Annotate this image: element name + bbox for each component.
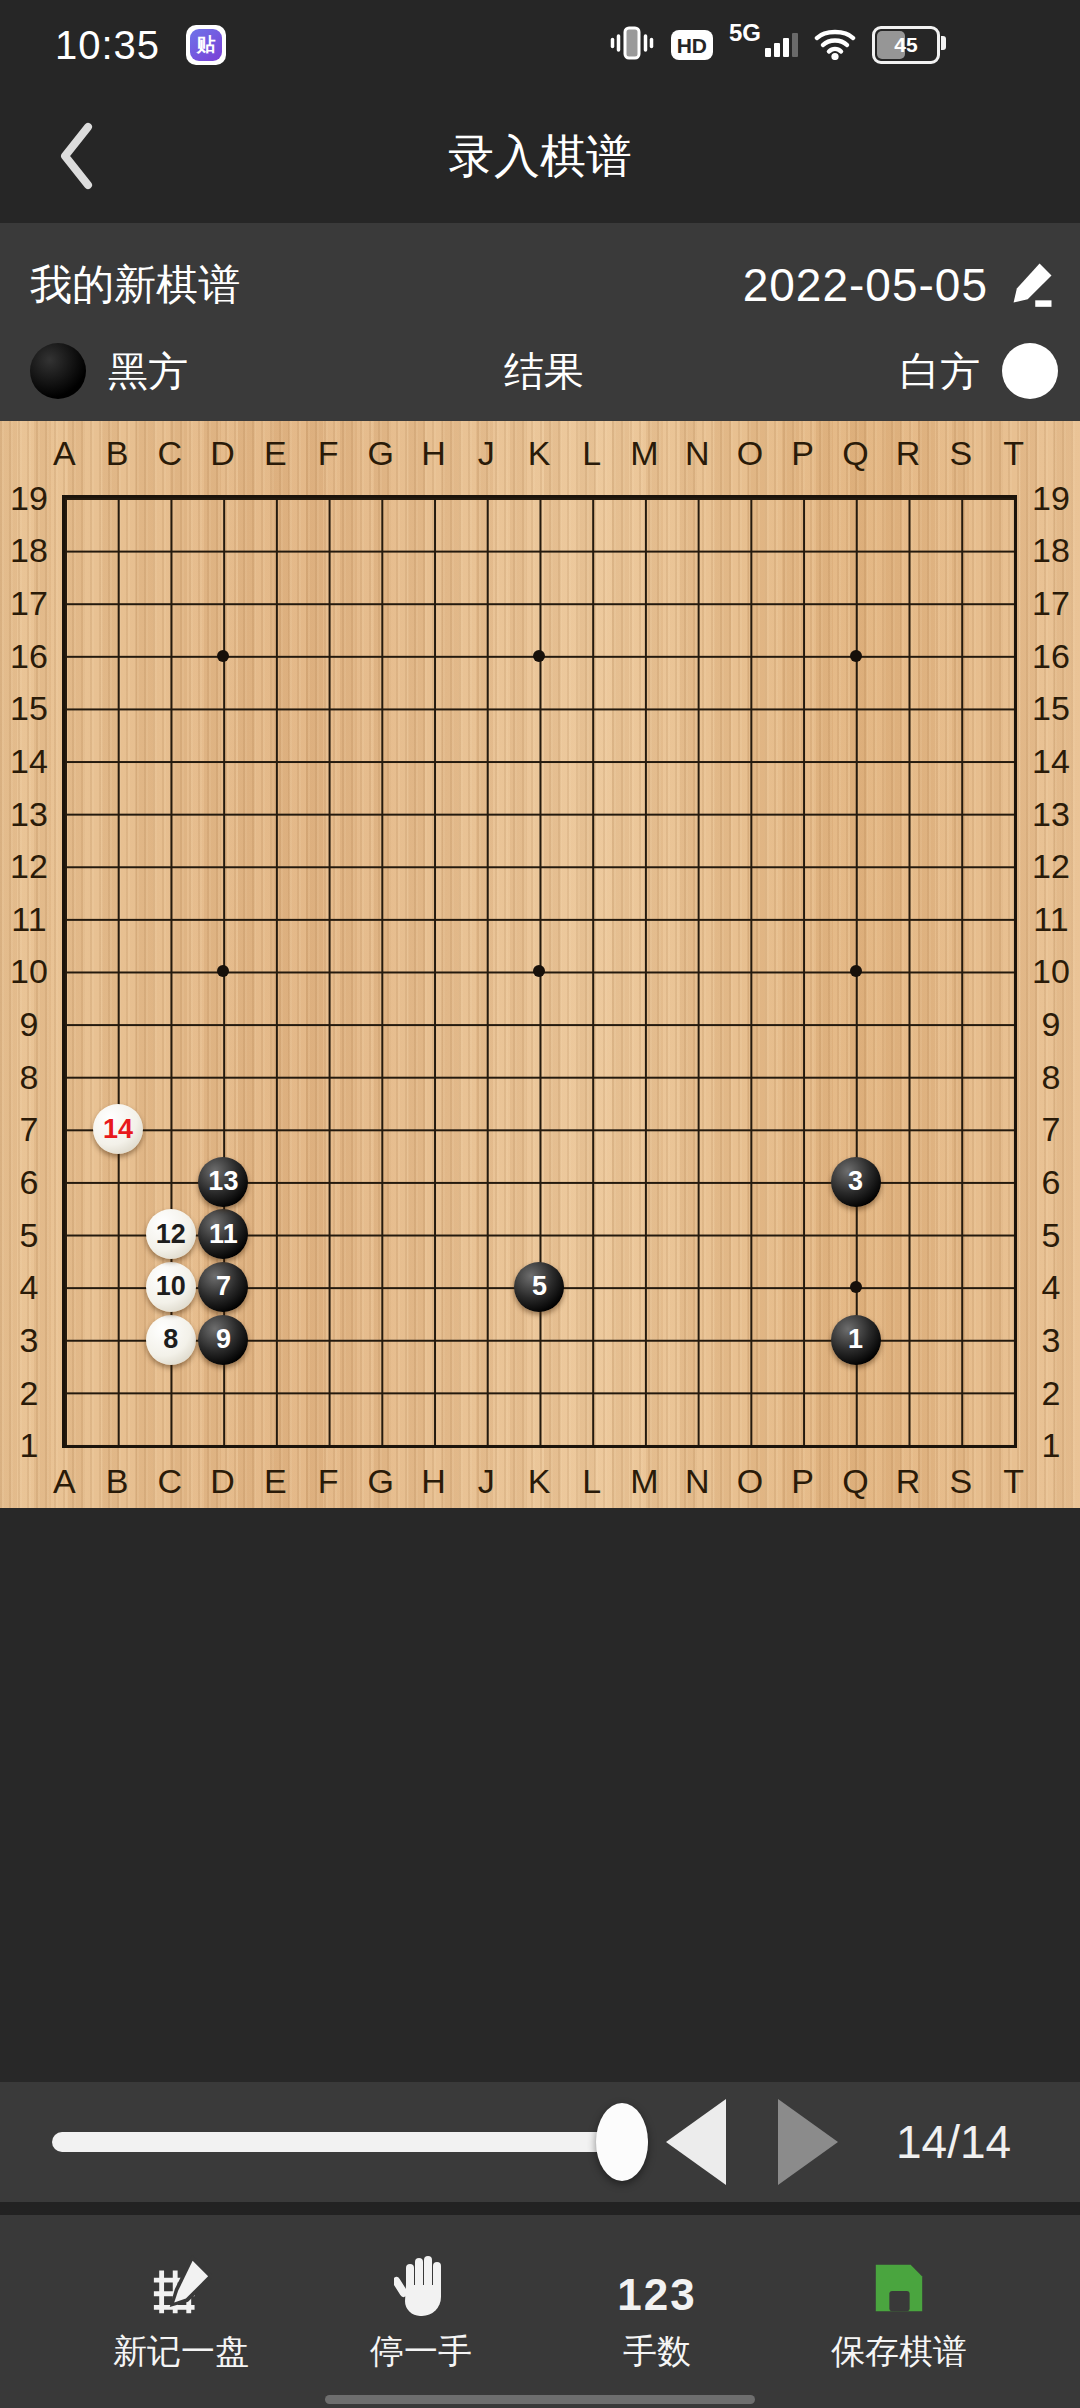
stone-move-number: 9: [216, 1324, 231, 1355]
stone-move-number: 11: [209, 1219, 238, 1250]
stone-c4[interactable]: 10: [146, 1262, 196, 1312]
move-slider-track[interactable]: [52, 2132, 648, 2152]
move-numbers-button[interactable]: 123 手数: [547, 2253, 767, 2375]
stone-q6[interactable]: 3: [831, 1157, 881, 1207]
white-stone-indicator: [1002, 343, 1058, 399]
wifi-icon: [814, 26, 856, 64]
board-column-label: H: [421, 434, 446, 473]
black-stone-indicator: [30, 343, 86, 399]
edit-pencil-icon[interactable]: [1006, 257, 1058, 313]
stone-b7[interactable]: 14: [93, 1104, 143, 1154]
black-player-field[interactable]: 黑方: [30, 339, 188, 403]
white-player-label: 白方: [900, 344, 980, 399]
stone-move-number: 12: [156, 1219, 186, 1250]
board-column-label: A: [53, 434, 76, 473]
vibrate-icon: [609, 25, 655, 65]
hd-icon: HD: [671, 30, 713, 60]
tool-label: 保存棋谱: [831, 2329, 967, 2375]
board-row-label: 4: [20, 1268, 39, 1307]
playback-panel: 14/14: [0, 2082, 1080, 2202]
home-indicator[interactable]: [325, 2395, 755, 2404]
empty-area: [0, 1508, 1080, 2082]
board-column-label: F: [318, 434, 339, 473]
board-column-label: O: [737, 434, 763, 473]
next-move-button[interactable]: [778, 2099, 838, 2185]
board-row-label: 8: [1042, 1058, 1061, 1097]
signal-5g-icon: 5G: [729, 33, 798, 57]
stone-move-number: 8: [163, 1324, 178, 1355]
board-row-label: 4: [1042, 1268, 1061, 1307]
board-pencil-icon: [150, 2253, 212, 2317]
board-column-label: T: [1003, 434, 1024, 473]
board-row-label: 7: [20, 1110, 39, 1149]
save-record-button[interactable]: 保存棋谱: [789, 2253, 1009, 2375]
record-title[interactable]: 我的新棋谱: [30, 257, 240, 313]
stone-d4[interactable]: 7: [198, 1262, 248, 1312]
numbers-123-icon: 123: [617, 2273, 696, 2317]
board-row-label: 3: [1042, 1321, 1061, 1360]
new-game-button[interactable]: 新记一盘: [71, 2253, 291, 2375]
header: 录入棋谱: [0, 90, 1080, 223]
bottom-toolbar: 新记一盘 停一手 123 手数 保存棋谱: [0, 2215, 1080, 2408]
board-row-label: 5: [1042, 1216, 1061, 1255]
stone-k4[interactable]: 5: [514, 1262, 564, 1312]
board-row-label: 9: [1042, 1005, 1061, 1044]
board-column-label: N: [685, 434, 710, 473]
go-board[interactable]: ABCDEFGHJKLMNOPQRST ABCDEFGHJKLMNOPQRST …: [0, 421, 1080, 1508]
tool-label: 新记一盘: [113, 2329, 249, 2375]
move-progress: 14/14: [896, 2082, 1011, 2202]
board-row-label: 6: [20, 1163, 39, 1202]
stone-move-number: 14: [103, 1114, 133, 1145]
record-date[interactable]: 2022-05-05: [743, 258, 988, 312]
save-floppy-icon: [870, 2253, 928, 2317]
board-column-label: S: [950, 434, 973, 473]
board-column-label: C: [158, 434, 183, 473]
stone-move-number: 7: [216, 1271, 231, 1302]
board-column-label: D: [210, 434, 235, 473]
black-player-label: 黑方: [108, 344, 188, 399]
status-time: 10:35: [55, 23, 160, 68]
tool-label: 停一手: [370, 2329, 472, 2375]
stone-move-number: 5: [532, 1271, 547, 1302]
board-column-label: R: [896, 434, 921, 473]
board-column-label: J: [478, 434, 495, 473]
board-row-label: 7: [1042, 1110, 1061, 1149]
result-field[interactable]: 结果: [504, 339, 584, 403]
board-stones-layer[interactable]: 1357891011121314: [39, 472, 1040, 1471]
board-row-label: 6: [1042, 1163, 1061, 1202]
stone-move-number: 3: [848, 1166, 863, 1197]
page-title: 录入棋谱: [0, 90, 1080, 223]
stone-move-number: 10: [156, 1271, 186, 1302]
pass-button[interactable]: 停一手: [311, 2253, 531, 2375]
board-column-label: K: [528, 434, 551, 473]
panel-divider: [0, 2202, 1080, 2215]
tool-label: 手数: [623, 2329, 691, 2375]
stone-d3[interactable]: 9: [198, 1315, 248, 1365]
board-row-label: 1: [1042, 1426, 1061, 1465]
board-row-label: 5: [20, 1216, 39, 1255]
move-slider-thumb[interactable]: [596, 2103, 648, 2181]
board-column-label: E: [264, 434, 287, 473]
date-edit-group[interactable]: 2022-05-05: [743, 257, 1058, 313]
board-row-label: 8: [20, 1058, 39, 1097]
top-bar-zone: 10:35 贴 HD 5G: [0, 0, 1080, 223]
stone-move-number: 13: [208, 1166, 238, 1197]
board-row-label: 9: [20, 1005, 39, 1044]
stone-c3[interactable]: 8: [146, 1315, 196, 1365]
board-column-label: L: [582, 434, 601, 473]
board-row-label: 2: [20, 1374, 39, 1413]
white-player-field[interactable]: 白方: [900, 339, 1058, 403]
stone-move-number: 1: [848, 1324, 863, 1355]
board-column-label: M: [630, 434, 658, 473]
status-bar: 10:35 贴 HD 5G: [0, 0, 1080, 90]
stone-d5[interactable]: 11: [198, 1209, 248, 1259]
hand-icon: [394, 2253, 448, 2317]
previous-move-button[interactable]: [666, 2099, 726, 2185]
app-notification-icon: 贴: [186, 25, 226, 65]
stone-d6[interactable]: 13: [198, 1157, 248, 1207]
board-column-label: B: [106, 434, 129, 473]
board-row-label: 2: [1042, 1374, 1061, 1413]
game-info-panel: 我的新棋谱 2022-05-05 黑方 结果 白方: [0, 223, 1080, 421]
board-column-label: G: [368, 434, 394, 473]
stone-q3[interactable]: 1: [831, 1315, 881, 1365]
board-column-label: P: [791, 434, 814, 473]
battery-icon: 45: [872, 26, 940, 64]
board-row-label: 1: [20, 1426, 39, 1465]
board-column-label: Q: [842, 434, 868, 473]
stone-c5[interactable]: 12: [146, 1209, 196, 1259]
board-row-label: 3: [20, 1321, 39, 1360]
